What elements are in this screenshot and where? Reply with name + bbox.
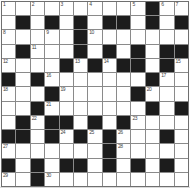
crossword-cell[interactable] <box>146 116 159 129</box>
crossword-cell[interactable]: 5 <box>131 2 144 15</box>
crossword-cell[interactable]: 28 <box>117 144 130 157</box>
crossword-cell[interactable]: 24 <box>60 130 73 143</box>
clue-number: 6 <box>161 2 163 7</box>
crossword-cell[interactable] <box>45 144 58 157</box>
clue-number: 14 <box>104 59 109 64</box>
crossword-cell[interactable] <box>31 130 44 143</box>
crossword-cell[interactable]: 11 <box>31 45 44 58</box>
black-cell <box>74 159 87 172</box>
crossword-cell[interactable] <box>2 102 15 115</box>
black-cell <box>131 59 144 72</box>
crossword-cell[interactable] <box>103 73 116 86</box>
crossword-cell[interactable]: 30 <box>45 173 58 186</box>
crossword-cell[interactable]: 7 <box>175 2 188 15</box>
black-cell <box>45 116 58 129</box>
clue-number: 25 <box>89 130 94 135</box>
crossword-cell[interactable] <box>146 173 159 186</box>
crossword-cell[interactable] <box>31 30 44 43</box>
black-cell <box>16 16 29 29</box>
crossword-board: 1234567891011121314151617181920212223242… <box>1 1 189 187</box>
crossword-cell[interactable] <box>16 173 29 186</box>
crossword-cell[interactable] <box>160 144 173 157</box>
clue-number: 28 <box>118 144 123 149</box>
crossword-cell[interactable]: 21 <box>45 102 58 115</box>
clue-number: 18 <box>3 87 8 92</box>
crossword-cell[interactable] <box>146 59 159 72</box>
crossword-cell[interactable] <box>88 87 101 100</box>
crossword-cell[interactable]: 23 <box>131 116 144 129</box>
crossword-cell[interactable] <box>103 116 116 129</box>
black-cell <box>146 73 159 86</box>
black-cell <box>103 144 116 157</box>
crossword-cell[interactable] <box>88 144 101 157</box>
crossword-cell[interactable] <box>74 144 87 157</box>
clue-number: 12 <box>3 59 8 64</box>
black-cell <box>16 116 29 129</box>
crossword-cell[interactable]: 3 <box>60 2 73 15</box>
crossword-cell[interactable] <box>146 45 159 58</box>
clue-number: 19 <box>61 87 66 92</box>
crossword-cell[interactable] <box>146 144 159 157</box>
clue-number: 21 <box>46 102 51 107</box>
black-cell <box>2 73 15 86</box>
black-cell <box>45 16 58 29</box>
black-cell <box>131 45 144 58</box>
crossword-cell[interactable] <box>16 159 29 172</box>
crossword-cell[interactable] <box>160 87 173 100</box>
clue-number: 2 <box>32 2 34 7</box>
clue-number: 27 <box>3 144 8 149</box>
crossword-cell[interactable] <box>117 159 130 172</box>
crossword-cell[interactable]: 12 <box>2 59 15 72</box>
crossword-page: 1234567891011121314151617181920212223242… <box>0 0 190 188</box>
crossword-cell[interactable] <box>131 173 144 186</box>
crossword-cell[interactable] <box>88 102 101 115</box>
crossword-cell[interactable] <box>117 2 130 15</box>
clue-number: 15 <box>176 59 181 64</box>
crossword-cell[interactable] <box>45 59 58 72</box>
clue-number: 5 <box>132 2 134 7</box>
black-cell <box>103 130 116 143</box>
black-cell <box>146 2 159 15</box>
crossword-cell[interactable] <box>117 87 130 100</box>
crossword-cell[interactable] <box>103 87 116 100</box>
crossword-cell[interactable]: 4 <box>88 2 101 15</box>
crossword-cell[interactable] <box>16 59 29 72</box>
clue-number: 22 <box>32 116 37 121</box>
crossword-cell[interactable] <box>175 130 188 143</box>
crossword-cell[interactable] <box>88 73 101 86</box>
crossword-cell[interactable] <box>117 173 130 186</box>
black-cell <box>175 16 188 29</box>
crossword-cell[interactable] <box>88 173 101 186</box>
crossword-cell[interactable] <box>117 73 130 86</box>
crossword-cell[interactable]: 13 <box>74 59 87 72</box>
crossword-cell[interactable] <box>131 144 144 157</box>
crossword-cell[interactable] <box>74 73 87 86</box>
black-cell <box>175 102 188 115</box>
clue-number: 11 <box>32 45 36 50</box>
crossword-cell[interactable] <box>60 73 73 86</box>
crossword-cell[interactable] <box>16 87 29 100</box>
black-cell <box>74 16 87 29</box>
clue-number: 24 <box>61 130 66 135</box>
black-cell <box>74 130 87 143</box>
clue-number: 4 <box>89 2 91 7</box>
crossword-cell[interactable]: 18 <box>2 87 15 100</box>
crossword-cell[interactable] <box>88 45 101 58</box>
crossword-cell[interactable]: 1 <box>2 2 15 15</box>
crossword-cell[interactable]: 16 <box>45 73 58 86</box>
crossword-cell[interactable] <box>16 2 29 15</box>
crossword-cell[interactable] <box>45 2 58 15</box>
black-cell <box>2 159 15 172</box>
black-cell <box>2 130 15 143</box>
crossword-cell[interactable] <box>16 30 29 43</box>
black-cell <box>60 116 73 129</box>
crossword-cell[interactable] <box>45 159 58 172</box>
crossword-cell[interactable] <box>31 144 44 157</box>
clue-number: 1 <box>3 2 5 7</box>
crossword-cell[interactable] <box>146 159 159 172</box>
black-cell <box>146 102 159 115</box>
crossword-cell[interactable] <box>16 73 29 86</box>
crossword-cell[interactable] <box>60 144 73 157</box>
black-cell <box>74 45 87 58</box>
crossword-cell[interactable]: 14 <box>103 59 116 72</box>
crossword-cell[interactable] <box>131 16 144 29</box>
crossword-cell[interactable] <box>45 45 58 58</box>
clue-number: 29 <box>3 173 8 178</box>
crossword-cell[interactable] <box>160 102 173 115</box>
crossword-cell[interactable] <box>88 16 101 29</box>
clue-number: 8 <box>3 30 5 35</box>
clue-number: 3 <box>61 2 63 7</box>
crossword-cell[interactable]: 27 <box>2 144 15 157</box>
crossword-cell[interactable]: 6 <box>160 2 173 15</box>
crossword-cell[interactable] <box>88 159 101 172</box>
clue-number: 23 <box>132 116 137 121</box>
crossword-cell[interactable] <box>117 45 130 58</box>
crossword-cell[interactable]: 29 <box>2 173 15 186</box>
clue-number: 30 <box>46 173 51 178</box>
crossword-cell[interactable] <box>31 87 44 100</box>
black-cell <box>16 45 29 58</box>
crossword-cell[interactable] <box>175 144 188 157</box>
crossword-cell[interactable]: 15 <box>175 59 188 72</box>
crossword-cell[interactable]: 19 <box>60 87 73 100</box>
black-cell <box>88 116 101 129</box>
black-cell <box>117 59 130 72</box>
crossword-cell[interactable] <box>175 159 188 172</box>
black-cell <box>31 173 44 186</box>
black-cell <box>146 16 159 29</box>
clue-number: 10 <box>89 30 94 35</box>
crossword-cell[interactable] <box>60 102 73 115</box>
crossword-cell[interactable] <box>31 16 44 29</box>
crossword-cell[interactable] <box>160 116 173 129</box>
crossword-cell[interactable] <box>175 87 188 100</box>
crossword-cell[interactable] <box>175 173 188 186</box>
crossword-cell[interactable] <box>74 87 87 100</box>
crossword-cell[interactable] <box>60 173 73 186</box>
crossword-cell[interactable]: 22 <box>31 116 44 129</box>
crossword-cell[interactable]: 10 <box>88 30 101 43</box>
clue-number: 13 <box>75 59 80 64</box>
black-cell <box>88 59 101 72</box>
black-cell <box>175 45 188 58</box>
black-cell <box>160 159 173 172</box>
crossword-cell[interactable]: 2 <box>31 2 44 15</box>
black-cell <box>16 130 29 143</box>
clue-number: 16 <box>46 73 51 78</box>
crossword-cell[interactable]: 26 <box>117 130 130 143</box>
black-cell <box>160 45 173 58</box>
crossword-cell[interactable] <box>60 30 73 43</box>
crossword-cell[interactable] <box>31 59 44 72</box>
black-cell <box>160 130 173 143</box>
clue-number: 20 <box>147 87 152 92</box>
black-cell <box>117 116 130 129</box>
black-cell <box>74 30 87 43</box>
crossword-cell[interactable] <box>175 73 188 86</box>
crossword-cell[interactable]: 25 <box>88 130 101 143</box>
crossword-cell[interactable] <box>146 130 159 143</box>
crossword-cell[interactable]: 9 <box>45 30 58 43</box>
crossword-cell[interactable] <box>103 173 116 186</box>
black-cell <box>31 159 44 172</box>
crossword-cell[interactable] <box>103 2 116 15</box>
crossword-cell[interactable] <box>2 116 15 129</box>
crossword-cell[interactable] <box>131 73 144 86</box>
black-cell <box>103 45 116 58</box>
crossword-cell[interactable] <box>175 116 188 129</box>
crossword-cell[interactable] <box>131 130 144 143</box>
clue-number: 7 <box>176 2 178 7</box>
crossword-cell[interactable]: 20 <box>146 87 159 100</box>
crossword-cell[interactable] <box>117 102 130 115</box>
black-cell <box>131 159 144 172</box>
crossword-cell[interactable] <box>2 16 15 29</box>
crossword-cell[interactable] <box>60 45 73 58</box>
crossword-cell[interactable] <box>60 16 73 29</box>
crossword-cell[interactable] <box>131 30 144 43</box>
black-cell <box>103 16 116 29</box>
crossword-cell[interactable] <box>160 173 173 186</box>
clue-number: 26 <box>118 130 123 135</box>
crossword-cell[interactable] <box>146 30 159 43</box>
black-cell <box>131 87 144 100</box>
black-cell <box>60 59 73 72</box>
crossword-cell[interactable]: 8 <box>2 30 15 43</box>
crossword-cell[interactable] <box>117 30 130 43</box>
crossword-cell[interactable] <box>74 116 87 129</box>
black-cell <box>45 87 58 100</box>
crossword-cell[interactable] <box>2 45 15 58</box>
crossword-cell[interactable] <box>74 102 87 115</box>
crossword-cell[interactable] <box>16 102 29 115</box>
crossword-cell[interactable] <box>131 102 144 115</box>
clue-number: 17 <box>161 73 166 78</box>
crossword-cell[interactable] <box>175 30 188 43</box>
crossword-cell[interactable] <box>16 144 29 157</box>
crossword-cell[interactable] <box>74 173 87 186</box>
black-cell <box>117 16 130 29</box>
crossword-cell[interactable] <box>103 102 116 115</box>
black-cell <box>60 159 73 172</box>
black-cell <box>103 159 116 172</box>
crossword-cell[interactable] <box>160 30 173 43</box>
crossword-cell[interactable] <box>160 16 173 29</box>
crossword-cell[interactable]: 17 <box>160 73 173 86</box>
black-cell <box>160 59 173 72</box>
black-cell <box>31 102 44 115</box>
page-edge-shadow <box>0 186 190 188</box>
crossword-cell[interactable] <box>74 2 87 15</box>
crossword-cell[interactable] <box>103 30 116 43</box>
clue-number: 9 <box>46 30 48 35</box>
black-cell <box>31 73 44 86</box>
black-cell <box>45 130 58 143</box>
